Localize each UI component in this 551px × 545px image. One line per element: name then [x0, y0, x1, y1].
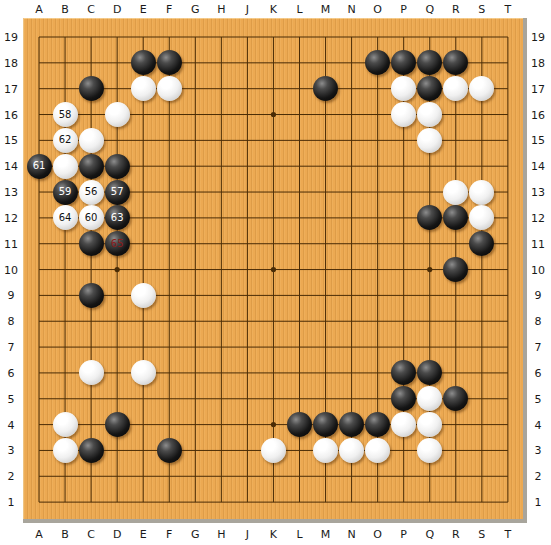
column-label-top-E: E — [140, 3, 147, 16]
column-label-top-J: J — [246, 3, 249, 16]
black-stone-D13: 57 — [105, 180, 130, 205]
row-label-right-6: 6 — [535, 366, 542, 379]
white-stone-B4 — [53, 412, 78, 437]
white-stone-M3 — [313, 438, 338, 463]
black-stone-M4 — [313, 412, 338, 437]
row-label-right-19: 19 — [531, 31, 545, 44]
white-stone-C6 — [79, 360, 104, 385]
column-label-bottom-D: D — [113, 528, 121, 541]
row-label-right-5: 5 — [535, 392, 542, 405]
row-label-left-3: 3 — [8, 444, 15, 457]
column-label-bottom-E: E — [140, 528, 147, 541]
column-label-top-D: D — [113, 3, 121, 16]
row-label-right-18: 18 — [531, 56, 545, 69]
row-label-left-12: 12 — [4, 211, 18, 224]
column-label-top-M: M — [321, 3, 331, 16]
white-stone-C13: 56 — [79, 180, 104, 205]
goban[interactable]: 58626159565764606365 — [23, 18, 527, 523]
row-label-left-2: 2 — [8, 470, 15, 483]
white-stone-S13 — [469, 180, 494, 205]
row-label-left-16: 16 — [4, 108, 18, 121]
star-point-K10 — [271, 267, 276, 272]
black-stone-C9 — [79, 283, 104, 308]
black-stone-D4 — [105, 412, 130, 437]
black-stone-F18 — [157, 50, 182, 75]
white-stone-C15 — [79, 128, 104, 153]
column-label-top-C: C — [87, 3, 95, 16]
white-stone-Q15 — [417, 128, 442, 153]
row-label-left-7: 7 — [8, 341, 15, 354]
column-label-top-Q: Q — [425, 3, 434, 16]
column-label-top-H: H — [217, 3, 225, 16]
white-stone-E17 — [131, 76, 156, 101]
column-label-bottom-M: M — [321, 528, 331, 541]
white-stone-B14 — [53, 154, 78, 179]
black-stone-C3 — [79, 438, 104, 463]
column-label-top-N: N — [347, 3, 355, 16]
row-label-right-15: 15 — [531, 134, 545, 147]
column-label-top-S: S — [478, 3, 485, 16]
column-label-top-K: K — [270, 3, 277, 16]
move-number-62: 62 — [59, 135, 72, 145]
column-label-top-O: O — [373, 3, 382, 16]
move-number-59: 59 — [59, 187, 72, 197]
row-label-right-9: 9 — [535, 289, 542, 302]
row-label-left-9: 9 — [8, 289, 15, 302]
row-label-left-5: 5 — [8, 392, 15, 405]
row-label-right-1: 1 — [535, 496, 542, 509]
row-label-right-12: 12 — [531, 211, 545, 224]
white-stone-R13 — [443, 180, 468, 205]
black-stone-D11: 65 — [105, 231, 130, 256]
row-label-right-14: 14 — [531, 160, 545, 173]
row-label-left-19: 19 — [4, 31, 18, 44]
column-label-bottom-F: F — [166, 528, 172, 541]
row-label-left-8: 8 — [8, 315, 15, 328]
row-label-left-15: 15 — [4, 134, 18, 147]
black-stone-C14 — [79, 154, 104, 179]
move-number-57: 57 — [111, 187, 124, 197]
white-stone-O3 — [365, 438, 390, 463]
black-stone-D12: 63 — [105, 205, 130, 230]
black-stone-L4 — [287, 412, 312, 437]
column-label-bottom-H: H — [217, 528, 225, 541]
row-label-left-14: 14 — [4, 160, 18, 173]
row-label-left-18: 18 — [4, 56, 18, 69]
column-label-top-A: A — [35, 3, 43, 16]
black-stone-B13: 59 — [53, 180, 78, 205]
row-label-right-4: 4 — [535, 418, 542, 431]
column-label-bottom-P: P — [400, 528, 407, 541]
column-label-bottom-C: C — [87, 528, 95, 541]
white-stone-K3 — [261, 438, 286, 463]
white-stone-B15: 62 — [53, 128, 78, 153]
column-label-bottom-A: A — [35, 528, 43, 541]
column-label-bottom-S: S — [478, 528, 485, 541]
column-label-top-P: P — [400, 3, 407, 16]
star-point-K16 — [271, 112, 276, 117]
column-label-bottom-K: K — [270, 528, 277, 541]
column-label-bottom-O: O — [373, 528, 382, 541]
black-stone-C17 — [79, 76, 104, 101]
move-number-56: 56 — [85, 187, 98, 197]
star-point-K4 — [271, 422, 276, 427]
black-stone-C11 — [79, 231, 104, 256]
row-label-left-10: 10 — [4, 263, 18, 276]
column-label-top-R: R — [452, 3, 460, 16]
star-point-D10 — [115, 267, 120, 272]
move-number-60: 60 — [85, 213, 98, 223]
star-point-Q10 — [427, 267, 432, 272]
white-stone-B3 — [53, 438, 78, 463]
column-label-top-B: B — [61, 3, 69, 16]
column-label-bottom-Q: Q — [425, 528, 434, 541]
row-label-right-7: 7 — [535, 341, 542, 354]
white-stone-E9 — [131, 283, 156, 308]
white-stone-N3 — [339, 438, 364, 463]
column-label-bottom-N: N — [347, 528, 355, 541]
black-stone-D14 — [105, 154, 130, 179]
column-label-top-G: G — [191, 3, 200, 16]
white-stone-F17 — [157, 76, 182, 101]
column-label-bottom-B: B — [61, 528, 69, 541]
row-label-right-8: 8 — [535, 315, 542, 328]
white-stone-B16: 58 — [53, 102, 78, 127]
row-label-right-10: 10 — [531, 263, 545, 276]
column-label-bottom-T: T — [505, 528, 512, 541]
row-label-left-11: 11 — [4, 237, 18, 250]
white-stone-D16 — [105, 102, 130, 127]
white-stone-E6 — [131, 360, 156, 385]
column-label-bottom-G: G — [191, 528, 200, 541]
column-label-bottom-R: R — [452, 528, 460, 541]
move-number-65: 65 — [111, 239, 124, 249]
move-number-64: 64 — [59, 213, 72, 223]
row-label-right-13: 13 — [531, 186, 545, 199]
move-number-63: 63 — [111, 213, 124, 223]
black-stone-F3 — [157, 438, 182, 463]
column-label-top-F: F — [166, 3, 172, 16]
row-label-left-6: 6 — [8, 366, 15, 379]
black-stone-E18 — [131, 50, 156, 75]
row-label-left-1: 1 — [8, 496, 15, 509]
column-label-top-T: T — [505, 3, 512, 16]
row-label-left-4: 4 — [8, 418, 15, 431]
row-label-left-17: 17 — [4, 82, 18, 95]
column-label-top-L: L — [296, 3, 302, 16]
row-label-left-13: 13 — [4, 186, 18, 199]
row-label-right-11: 11 — [531, 237, 545, 250]
go-board-screenshot: 58626159565764606365 AABBCCDDEEFFGGHHJJK… — [0, 0, 551, 545]
white-stone-B12: 64 — [53, 205, 78, 230]
row-label-right-17: 17 — [531, 82, 545, 95]
column-label-bottom-L: L — [296, 528, 302, 541]
white-stone-C12: 60 — [79, 205, 104, 230]
black-stone-A14: 61 — [27, 154, 52, 179]
row-label-right-16: 16 — [531, 108, 545, 121]
move-number-61: 61 — [33, 161, 46, 171]
move-number-58: 58 — [59, 110, 72, 120]
row-label-right-3: 3 — [535, 444, 542, 457]
column-label-bottom-J: J — [246, 528, 249, 541]
row-label-right-2: 2 — [535, 470, 542, 483]
